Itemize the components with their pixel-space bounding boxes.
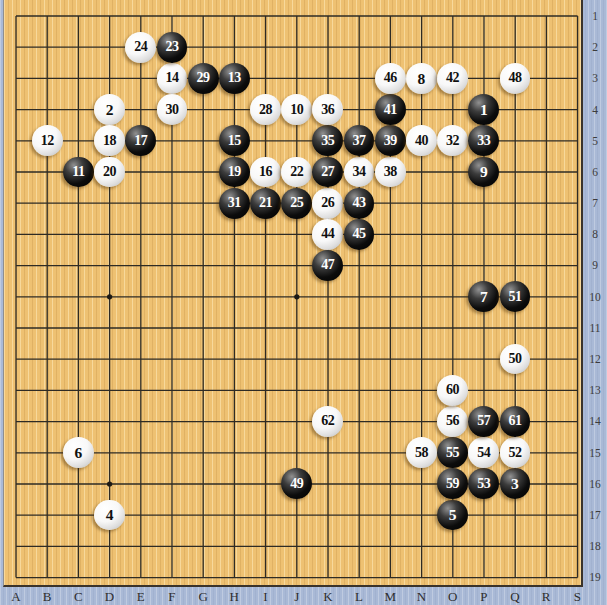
stone-54: 54 <box>468 437 499 468</box>
stone-33: 33 <box>468 125 499 156</box>
stones-layer: 1234567891011121314151617181920212223242… <box>0 0 593 593</box>
stone-34: 34 <box>344 157 375 188</box>
stone-3: 3 <box>500 468 531 499</box>
stone-21: 21 <box>250 188 281 219</box>
stone-59: 59 <box>437 468 468 499</box>
stone-23: 23 <box>157 32 188 63</box>
stone-45: 45 <box>344 219 375 250</box>
stone-60: 60 <box>437 375 468 406</box>
stone-48: 48 <box>500 63 531 94</box>
stone-5: 5 <box>437 500 468 531</box>
stone-12: 12 <box>32 125 63 156</box>
stone-49: 49 <box>281 468 312 499</box>
stone-31: 31 <box>219 188 250 219</box>
stone-20: 20 <box>94 157 125 188</box>
stone-51: 51 <box>500 281 531 312</box>
stone-61: 61 <box>500 406 531 437</box>
stone-2: 2 <box>94 94 125 125</box>
stone-24: 24 <box>125 32 156 63</box>
stone-27: 27 <box>312 157 343 188</box>
stone-40: 40 <box>406 125 437 156</box>
stone-35: 35 <box>312 125 343 156</box>
stone-44: 44 <box>312 219 343 250</box>
stone-46: 46 <box>375 63 406 94</box>
stone-4: 4 <box>94 500 125 531</box>
stone-25: 25 <box>281 188 312 219</box>
stone-22: 22 <box>281 157 312 188</box>
stone-58: 58 <box>406 437 437 468</box>
stone-10: 10 <box>281 94 312 125</box>
stone-15: 15 <box>219 125 250 156</box>
stone-17: 17 <box>125 125 156 156</box>
stone-57: 57 <box>468 406 499 437</box>
stone-53: 53 <box>468 468 499 499</box>
stone-56: 56 <box>437 406 468 437</box>
stone-30: 30 <box>157 94 188 125</box>
stone-9: 9 <box>468 157 499 188</box>
stone-36: 36 <box>312 94 343 125</box>
stone-41: 41 <box>375 94 406 125</box>
stone-18: 18 <box>94 125 125 156</box>
stone-1: 1 <box>468 94 499 125</box>
stone-8: 8 <box>406 63 437 94</box>
stone-28: 28 <box>250 94 281 125</box>
stone-13: 13 <box>219 63 250 94</box>
stone-11: 11 <box>63 157 94 188</box>
stone-42: 42 <box>437 63 468 94</box>
stone-6: 6 <box>63 437 94 468</box>
stone-29: 29 <box>188 63 219 94</box>
go-diagram-page: 1234567891011121314151617181920212223242… <box>0 0 607 605</box>
stone-14: 14 <box>157 63 188 94</box>
stone-39: 39 <box>375 125 406 156</box>
stone-32: 32 <box>437 125 468 156</box>
stone-47: 47 <box>312 250 343 281</box>
stone-16: 16 <box>250 157 281 188</box>
stone-26: 26 <box>312 188 343 219</box>
stone-50: 50 <box>500 344 531 375</box>
stone-43: 43 <box>344 188 375 219</box>
stone-55: 55 <box>437 437 468 468</box>
stone-62: 62 <box>312 406 343 437</box>
stone-7: 7 <box>468 281 499 312</box>
stone-52: 52 <box>500 437 531 468</box>
stone-37: 37 <box>344 125 375 156</box>
stone-19: 19 <box>219 157 250 188</box>
stone-38: 38 <box>375 157 406 188</box>
